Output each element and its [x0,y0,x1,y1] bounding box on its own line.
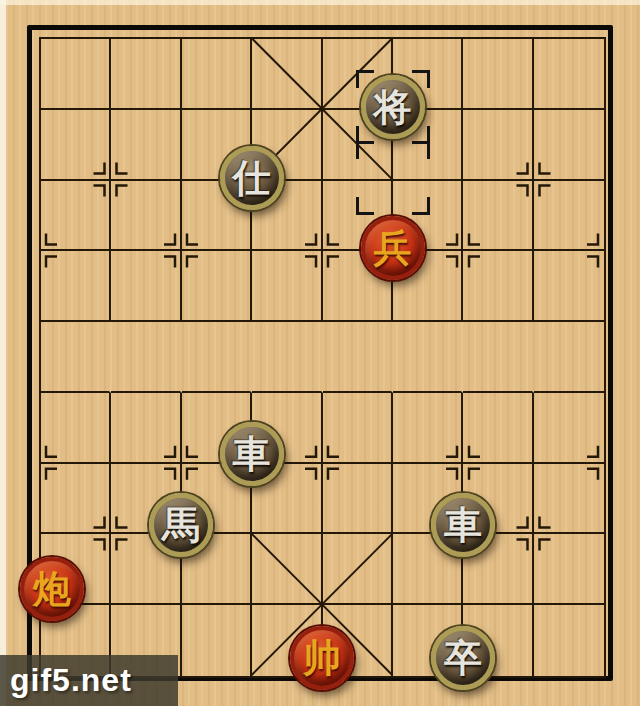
piece-character: 炮 [33,570,71,608]
red-general-piece[interactable]: 帅 [290,626,354,690]
piece-character: 仕 [233,159,271,197]
xiangqi-board[interactable]: 将仕兵車馬車炮帅卒 gif5.net [0,0,640,706]
piece-character: 将 [374,88,412,126]
piece-character: 馬 [162,506,200,544]
piece-character: 兵 [374,229,412,267]
black-general-piece[interactable]: 将 [361,75,425,139]
board-decorations-palace-and-points [0,0,640,706]
red-cannon-piece[interactable]: 炮 [20,557,84,621]
black-soldier-piece[interactable]: 卒 [431,626,495,690]
black-advisor-piece[interactable]: 仕 [220,146,284,210]
watermark: gif5.net [0,655,178,706]
board-edge-highlight-left [0,0,6,706]
piece-character: 帅 [303,639,341,677]
red-soldier-piece[interactable]: 兵 [361,216,425,280]
piece-character: 車 [233,435,271,473]
board-edge-highlight-top [0,0,640,5]
black-chariot-2-piece[interactable]: 車 [431,493,495,557]
black-chariot-piece[interactable]: 車 [220,422,284,486]
black-horse-piece[interactable]: 馬 [149,493,213,557]
piece-character: 卒 [444,639,482,677]
move-marker-from [356,141,430,215]
piece-character: 車 [444,506,482,544]
